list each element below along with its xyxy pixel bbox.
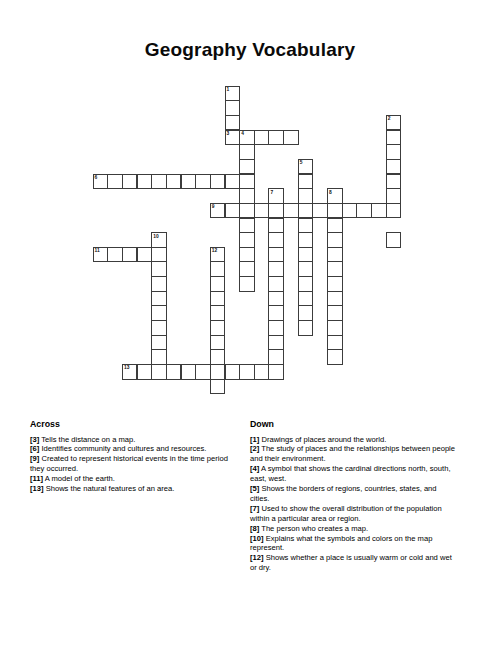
grid-void [371,247,386,262]
grid-cell-r15c8[interactable] [210,305,225,320]
grid-cell-r6c8[interactable] [210,174,225,189]
grid-void [108,115,123,130]
grid-cell-r3c12[interactable] [268,130,283,145]
down-clues: Down [1] Drawings of places around the w… [250,419,478,573]
grid-cell-r16c14[interactable] [298,320,313,335]
grid-cell-r14c16[interactable] [327,291,342,306]
grid-cell-r11c10[interactable] [239,247,254,262]
across-clue-13-line-1: [13] Shows the natural features of an ar… [30,484,248,494]
grid-cell-r4c10[interactable] [239,144,254,159]
grid-cell-r10c4[interactable]: 10 [151,232,166,247]
grid-cell-r17c16[interactable] [327,335,342,350]
grid-cell-r12c4[interactable] [151,261,166,276]
grid-void [313,350,328,365]
grid-void [254,159,269,174]
grid-cell-r15c14[interactable] [298,305,313,320]
grid-void [371,159,386,174]
grid-void [122,145,137,160]
grid-void [240,335,255,350]
grid-void [196,218,211,233]
grid-cell-r19c2[interactable]: 13 [122,364,137,379]
grid-cell-r10c16[interactable] [327,232,342,247]
across-clue-3: [3] Tells the distance on a map. [30,435,248,445]
grid-void [371,101,386,116]
grid-cell-r12c14[interactable] [298,261,313,276]
cell-number: 5 [300,160,303,165]
grid-cell-r14c4[interactable] [151,291,166,306]
grid-cell-r16c4[interactable] [151,320,166,335]
grid-void [210,101,225,116]
grid-void [284,115,299,130]
grid-void [108,189,123,204]
grid-void [137,335,152,350]
grid-cell-r9c10[interactable] [239,218,254,233]
down-clue-8: [8] The person who creates a map. [250,524,478,534]
grid-void [254,291,269,306]
grid-void [342,233,357,248]
down-clue-4-line-1: [4] A symbol that shows the cardinal dir… [250,464,478,474]
grid-void [342,335,357,350]
grid-cell-r6c4[interactable] [151,174,166,189]
grid-cell-r3c11[interactable] [254,130,269,145]
grid-cell-r17c8[interactable] [210,335,225,350]
grid-cell-r15c12[interactable] [268,305,283,320]
grid-cell-r13c4[interactable] [151,276,166,291]
down-clue-10-line-2: represent. [250,543,478,553]
grid-void [210,189,225,204]
grid-void [181,145,196,160]
grid-void [254,247,269,262]
grid-void [284,335,299,350]
grid-void [108,321,123,336]
grid-void [210,159,225,174]
grid-void [122,335,137,350]
grid-void [152,115,167,130]
grid-void [108,233,123,248]
grid-cell-r16c12[interactable] [268,320,283,335]
grid-cell-r19c4[interactable] [151,364,166,379]
grid-void [137,145,152,160]
grid-cell-r10c20[interactable] [386,232,401,247]
grid-cell-r12c16[interactable] [327,261,342,276]
grid-void [357,364,372,379]
clue-number-label: [9] [30,454,39,463]
grid-void [122,350,137,365]
grid-void [371,115,386,130]
clue-number-label: [8] [250,524,259,533]
cell-number: 7 [270,190,273,195]
grid-void [181,291,196,306]
grid-void [137,189,152,204]
grid-void [196,86,211,101]
grid-void [166,379,181,394]
grid-cell-r9c14[interactable] [298,218,313,233]
grid-void [93,159,108,174]
grid-cell-r19c5[interactable] [166,364,181,379]
grid-void [93,364,108,379]
grid-void [166,189,181,204]
grid-void [284,277,299,292]
grid-void [328,379,343,394]
grid-cell-r8c17[interactable] [342,203,357,218]
grid-cell-r12c8[interactable] [210,261,225,276]
grid-void [386,335,401,350]
grid-void [357,306,372,321]
grid-cell-r10c10[interactable] [239,232,254,247]
grid-cell-r11c1[interactable] [107,247,122,262]
grid-void [357,115,372,130]
grid-void [342,174,357,189]
grid-cell-r6c0[interactable]: 6 [93,174,108,189]
clue-number-label: [5] [250,484,259,493]
grid-void [108,306,123,321]
grid-cell-r19c8[interactable] [210,364,225,379]
grid-cell-r18c4[interactable] [151,349,166,364]
grid-void [371,277,386,292]
grid-cell-r18c12[interactable] [268,349,283,364]
grid-void [357,277,372,292]
grid-void [137,379,152,394]
grid-void [137,262,152,277]
grid-void [225,145,240,160]
down-clue-2-line-2: and their environment. [250,454,478,464]
grid-void [196,277,211,292]
grid-void [152,203,167,218]
clue-number-label: [10] [250,534,264,543]
grid-void [313,86,328,101]
grid-cell-r2c9[interactable] [225,115,240,130]
grid-cell-r11c14[interactable] [298,247,313,262]
grid-cell-r8c12[interactable] [268,203,283,218]
grid-void [357,218,372,233]
grid-void [342,306,357,321]
grid-void [108,218,123,233]
grid-cell-r0c9[interactable]: 1 [225,86,240,101]
grid-cell-r3c9[interactable]: 3 [225,130,240,145]
grid-cell-r9c16[interactable] [327,218,342,233]
grid-cell-r13c12[interactable] [268,276,283,291]
down-clue-12: [12] Shows whether a place is usually wa… [250,553,478,573]
grid-cell-r7c16[interactable]: 8 [327,188,342,203]
grid-cell-r14c12[interactable] [268,291,283,306]
grid-void [166,335,181,350]
grid-void [357,247,372,262]
cell-number: 9 [212,204,215,209]
grid-void [342,321,357,336]
grid-void [181,277,196,292]
grid-void [225,277,240,292]
grid-cell-r11c2[interactable] [122,247,137,262]
grid-void [313,130,328,145]
grid-cell-r9c12[interactable] [268,218,283,233]
grid-void [166,218,181,233]
grid-void [371,262,386,277]
grid-void [181,321,196,336]
grid-void [386,350,401,365]
grid-cell-r10c14[interactable] [298,232,313,247]
clue-number-label: [13] [30,484,44,493]
grid-void [298,145,313,160]
grid-void [93,86,108,101]
grid-void [166,203,181,218]
grid-cell-r19c7[interactable] [195,364,210,379]
grid-cell-r1c9[interactable] [225,100,240,115]
grid-void [342,101,357,116]
grid-cell-r3c13[interactable] [283,130,298,145]
grid-void [181,218,196,233]
grid-void [357,321,372,336]
grid-void [269,174,284,189]
grid-cell-r19c10[interactable] [239,364,254,379]
grid-void [313,189,328,204]
grid-cell-r8c10[interactable] [239,203,254,218]
grid-cell-r20c8[interactable] [210,379,225,394]
grid-cell-r7c10[interactable] [239,188,254,203]
grid-cell-r17c12[interactable] [268,335,283,350]
grid-cell-r8c16[interactable] [327,203,342,218]
grid-void [122,189,137,204]
grid-void [181,203,196,218]
grid-cell-r8c13[interactable] [283,203,298,218]
grid-cell-r8c14[interactable] [298,203,313,218]
grid-cell-r6c1[interactable] [107,174,122,189]
grid-void [386,277,401,292]
grid-void [181,379,196,394]
grid-void [181,335,196,350]
grid-cell-r6c2[interactable] [122,174,137,189]
grid-void [93,233,108,248]
grid-void [328,364,343,379]
grid-void [254,306,269,321]
grid-void [93,101,108,116]
grid-cell-r4c20[interactable] [386,144,401,159]
grid-void [122,306,137,321]
grid-cell-r7c20[interactable] [386,188,401,203]
grid-void [108,145,123,160]
grid-void [181,86,196,101]
grid-cell-r19c6[interactable] [181,364,196,379]
grid-void [166,86,181,101]
grid-void [196,335,211,350]
grid-void [93,189,108,204]
grid-void [328,101,343,116]
grid-void [357,86,372,101]
grid-void [386,247,401,262]
grid-void [93,321,108,336]
grid-void [122,321,137,336]
grid-cell-r7c12[interactable]: 7 [268,188,283,203]
grid-cell-r11c0[interactable]: 11 [93,247,108,262]
grid-void [313,218,328,233]
grid-void [166,306,181,321]
grid-void [313,306,328,321]
down-clue-list: [1] Drawings of places around the world.… [250,435,478,574]
grid-void [342,145,357,160]
grid-cell-r6c7[interactable] [195,174,210,189]
grid-cell-r8c11[interactable] [254,203,269,218]
grid-void [93,145,108,160]
grid-void [254,218,269,233]
across-clue-list: [3] Tells the distance on a map.[6] Iden… [30,435,248,494]
grid-void [313,159,328,174]
grid-void [166,277,181,292]
across-clue-3-line-1: [3] Tells the distance on a map. [30,435,248,445]
grid-cell-r6c14[interactable] [298,174,313,189]
across-clue-6-line-1: [6] Identifies community and cultures an… [30,444,248,454]
down-clue-5-line-1: [5] Shows the borders of regions, countr… [250,484,478,494]
grid-cell-r7c14[interactable] [298,188,313,203]
grid-cell-r5c10[interactable] [239,159,254,174]
grid-cell-r11c12[interactable] [268,247,283,262]
grid-void [93,335,108,350]
grid-void [152,101,167,116]
grid-cell-r14c14[interactable] [298,291,313,306]
grid-void [108,291,123,306]
grid-void [152,86,167,101]
grid-cell-r12c12[interactable] [268,261,283,276]
grid-cell-r12c10[interactable] [239,261,254,276]
grid-void [371,291,386,306]
grid-void [196,321,211,336]
grid-void [342,262,357,277]
grid-cell-r5c14[interactable]: 5 [298,159,313,174]
down-clue-10-line-1: [10] Explains what the symbols and color… [250,534,478,544]
grid-void [93,203,108,218]
cell-number: 1 [227,87,230,92]
grid-void [196,379,211,394]
grid-cell-r6c10[interactable] [239,174,254,189]
grid-void [181,233,196,248]
grid-void [196,306,211,321]
grid-void [225,233,240,248]
clue-number-label: [1] [250,435,259,444]
grid-void [298,115,313,130]
grid-cell-r11c4[interactable] [151,247,166,262]
grid-void [225,189,240,204]
grid-void [181,189,196,204]
grid-cell-r8c9[interactable] [225,203,240,218]
grid-cell-r18c8[interactable] [210,349,225,364]
grid-void [371,306,386,321]
grid-cell-r15c4[interactable] [151,305,166,320]
grid-void [225,335,240,350]
grid-void [122,277,137,292]
grid-void [371,218,386,233]
down-clue-5-line-2: cities. [250,494,478,504]
grid-cell-r6c5[interactable] [166,174,181,189]
grid-cell-r16c16[interactable] [327,320,342,335]
grid-cell-r14c8[interactable] [210,291,225,306]
grid-cell-r13c16[interactable] [327,276,342,291]
grid-void [152,379,167,394]
grid-void [357,101,372,116]
grid-void [122,159,137,174]
grid-cell-r8c8[interactable]: 9 [210,203,225,218]
cell-number: 12 [212,248,217,253]
grid-void [122,130,137,145]
grid-void [137,350,152,365]
grid-cell-r11c16[interactable] [327,247,342,262]
grid-void [166,130,181,145]
grid-cell-r13c14[interactable] [298,276,313,291]
grid-cell-r17c4[interactable] [151,335,166,350]
grid-cell-r6c3[interactable] [137,174,152,189]
grid-cell-r16c8[interactable] [210,320,225,335]
grid-cell-r13c8[interactable] [210,276,225,291]
grid-void [328,159,343,174]
grid-cell-r19c12[interactable] [268,364,283,379]
down-clue-7-line-2: within a particular area or region. [250,514,478,524]
grid-cell-r3c20[interactable] [386,130,401,145]
grid-cell-r5c20[interactable] [386,159,401,174]
grid-cell-r2c20[interactable]: 2 [386,115,401,130]
grid-void [254,335,269,350]
grid-cell-r3c10[interactable]: 4 [239,130,254,145]
grid-void [181,350,196,365]
grid-cell-r13c10[interactable] [239,276,254,291]
grid-void [284,306,299,321]
grid-void [196,233,211,248]
puzzle-title: Geography Vocabulary [0,39,500,60]
grid-void [122,101,137,116]
grid-cell-r8c18[interactable] [356,203,371,218]
down-clue-10: [10] Explains what the symbols and color… [250,534,478,554]
grid-void [313,174,328,189]
grid-cell-r8c20[interactable] [386,203,401,218]
grid-cell-r8c19[interactable] [371,203,386,218]
grid-void [93,277,108,292]
grid-void [137,86,152,101]
grid-cell-r19c11[interactable] [254,364,269,379]
grid-void [240,379,255,394]
grid-cell-r18c16[interactable] [327,349,342,364]
grid-cell-r6c9[interactable] [225,174,240,189]
grid-cell-r11c8[interactable]: 12 [210,247,225,262]
grid-cell-r19c3[interactable] [137,364,152,379]
grid-void [342,247,357,262]
grid-void [137,306,152,321]
grid-void [152,159,167,174]
grid-void [166,350,181,365]
across-clue-9-line-2: they occurred. [30,464,248,474]
grid-void [371,321,386,336]
grid-void [210,115,225,130]
grid-void [225,379,240,394]
grid-cell-r11c3[interactable] [137,247,152,262]
down-clue-7-line-1: [7] Used to show the overall distributio… [250,504,478,514]
grid-void [269,159,284,174]
grid-void [166,321,181,336]
grid-cell-r15c16[interactable] [327,305,342,320]
grid-cell-r6c6[interactable] [181,174,196,189]
clue-number-label: [12] [250,553,264,562]
grid-void [93,306,108,321]
grid-cell-r19c9[interactable] [225,364,240,379]
grid-void [137,277,152,292]
grid-cell-r8c15[interactable] [312,203,327,218]
grid-cell-r6c20[interactable] [386,174,401,189]
grid-void [371,364,386,379]
grid-void [371,130,386,145]
grid-void [298,335,313,350]
down-clue-1-line-1: [1] Drawings of places around the world. [250,435,478,445]
grid-void [196,247,211,262]
grid-cell-r10c12[interactable] [268,232,283,247]
grid-void [313,145,328,160]
grid-void [371,379,386,394]
grid-void [357,335,372,350]
grid-void [122,379,137,394]
